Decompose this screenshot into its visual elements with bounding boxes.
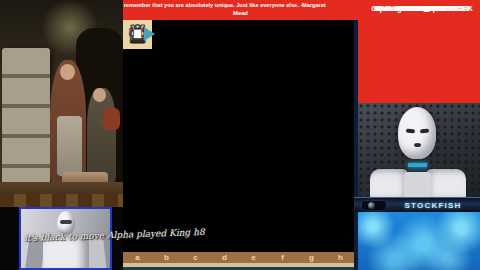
- board-grid: ♜♜♚♟♝♟♟♟♟♟♞♛♟♞♟♟♟♟♟♜♝♟♛♟♚♜: [123, 20, 355, 252]
- file-label-a: a: [123, 253, 152, 262]
- quote-bar: s remember that you are absolutely uniqu…: [123, 0, 358, 20]
- painting-stone-wall: [2, 48, 50, 186]
- water-texture: [354, 212, 480, 270]
- file-label-f: f: [268, 253, 297, 262]
- painting-girl-apron: [57, 116, 82, 176]
- video-frame: s remember that you are absolutely uniqu…: [0, 0, 480, 270]
- stockfish-robot-image: [358, 103, 480, 197]
- robot-shoulder-left: [370, 169, 408, 197]
- stockfish-banner-label: STOCKFISH: [390, 201, 476, 210]
- quote-text-line1: s remember that you are absolutely uniqu…: [123, 2, 326, 8]
- robot-head: [398, 107, 436, 159]
- panel-separator: [354, 20, 358, 270]
- file-label-h: h: [326, 253, 355, 262]
- move-arrow-icon: [144, 27, 155, 41]
- info-line: CLOSED SICILIAN: [358, 3, 480, 14]
- file-label-c: c: [181, 253, 210, 262]
- robot-neck-glow: [408, 163, 427, 167]
- info-panel-background: [358, 0, 480, 103]
- file-label-strip: abcdefgh: [112, 252, 355, 263]
- quote-text-line2: Mead: [123, 10, 358, 16]
- painting-girl-head: [60, 64, 75, 80]
- robot-mouth: [414, 143, 421, 147]
- painting-boy-head: [93, 88, 106, 102]
- painting-red-bundle: [103, 108, 120, 130]
- painting-beggar-children: [0, 0, 123, 207]
- painting-boy-body: [87, 88, 116, 182]
- file-label-g: g: [297, 253, 326, 262]
- painting-wood-ledge: [0, 194, 123, 207]
- robot-chest: [404, 172, 431, 197]
- file-label-b: b: [152, 253, 181, 262]
- robot-shoulder-right: [426, 169, 466, 197]
- file-label-e: e: [239, 253, 268, 262]
- file-label-d: d: [210, 253, 239, 262]
- camera-lens-icon: [368, 202, 375, 209]
- stockfish-banner: STOCKFISH: [354, 197, 480, 212]
- robot-thumb-visor: [60, 220, 72, 224]
